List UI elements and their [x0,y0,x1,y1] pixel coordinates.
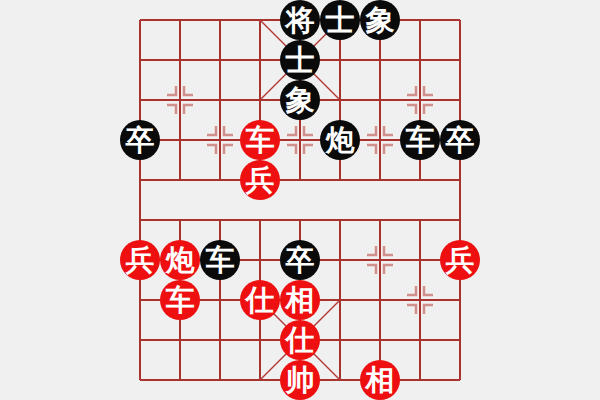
piece-black-soldier[interactable]: 卒 [120,120,160,160]
piece-red-cannon[interactable]: 炮 [160,240,200,280]
piece-red-chariot[interactable]: 车 [240,120,280,160]
piece-black-elephant[interactable]: 象 [360,0,400,40]
piece-black-soldier[interactable]: 卒 [440,120,480,160]
piece-black-soldier[interactable]: 卒 [280,240,320,280]
piece-red-soldier[interactable]: 兵 [440,240,480,280]
piece-black-advisor[interactable]: 士 [320,0,360,40]
piece-red-soldier[interactable]: 兵 [240,160,280,200]
piece-black-elephant[interactable]: 象 [280,80,320,120]
piece-red-advisor[interactable]: 仕 [240,280,280,320]
piece-black-general[interactable]: 将 [280,0,320,40]
piece-black-chariot[interactable]: 车 [200,240,240,280]
piece-red-advisor[interactable]: 仕 [280,320,320,360]
piece-red-general[interactable]: 帅 [280,360,320,400]
piece-red-chariot[interactable]: 车 [160,280,200,320]
piece-red-soldier[interactable]: 兵 [120,240,160,280]
piece-red-elephant[interactable]: 相 [360,360,400,400]
piece-black-cannon[interactable]: 炮 [320,120,360,160]
xiangqi-screen: 将士象士象卒车炮车卒兵兵炮车卒兵车仕相仕帅相 [0,0,600,400]
piece-black-chariot[interactable]: 车 [400,120,440,160]
piece-red-elephant[interactable]: 相 [280,280,320,320]
pieces-layer: 将士象士象卒车炮车卒兵兵炮车卒兵车仕相仕帅相 [120,0,480,400]
piece-black-advisor[interactable]: 士 [280,40,320,80]
